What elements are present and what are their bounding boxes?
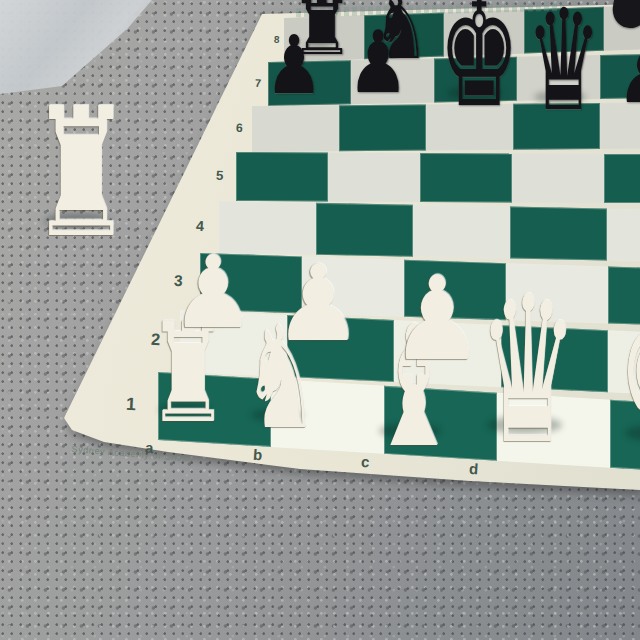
square-e4[interactable] (607, 208, 640, 262)
square-d5[interactable] (512, 153, 604, 202)
square-c5[interactable] (420, 153, 512, 202)
rank-label-6: 6 (235, 122, 242, 135)
photo-stage: 87654321abcd Sydney Academy of Chess ♜♞♟… (0, 0, 640, 640)
square-a6[interactable] (252, 105, 339, 152)
rank-label-5: 5 (216, 169, 224, 183)
white-pawn-a2[interactable]: ♟ (170, 243, 255, 343)
black-pawn-b7[interactable]: ♟ (347, 19, 409, 105)
black-pawn-e7[interactable]: ♟ (616, 31, 640, 115)
black-pawn-a7[interactable]: ♟ (265, 25, 323, 106)
white-king-e1[interactable]: ♚ (616, 273, 640, 482)
board-rank-5 (236, 152, 640, 205)
black-king-c7[interactable]: ♚ (438, 0, 519, 129)
square-e5[interactable] (604, 154, 640, 203)
rank-label-4: 4 (196, 219, 205, 234)
square-b5[interactable] (328, 152, 420, 201)
white-pawn-b2[interactable]: ♟ (273, 252, 362, 357)
white-rook-off-board-left[interactable]: ♜ (30, 85, 132, 263)
square-a5[interactable] (236, 152, 328, 201)
rank-label-1: 1 (125, 396, 136, 414)
black-queen-d7[interactable]: ♛ (526, 0, 601, 131)
white-pawn-c2[interactable]: ♟ (390, 261, 484, 377)
white-queen-d1[interactable]: ♛ (478, 270, 578, 473)
rank-label-7: 7 (255, 78, 262, 89)
